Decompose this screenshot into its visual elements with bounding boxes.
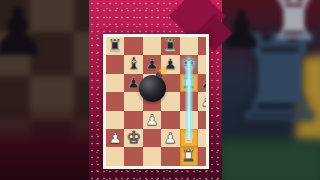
square-a6[interactable] xyxy=(106,55,124,73)
left-blurred-board-strip: ♟ xyxy=(0,0,89,180)
bomb xyxy=(139,75,166,102)
black-pawn: ♟ xyxy=(145,57,158,72)
white-pawn: ♟ xyxy=(201,94,209,109)
white-pawn: ♟ xyxy=(145,113,158,128)
square-e1[interactable]: ♜ xyxy=(180,147,198,165)
square-a2[interactable]: ♟ xyxy=(106,129,124,147)
square-b2[interactable]: ♚ xyxy=(124,129,142,147)
square-f4[interactable]: ♟ xyxy=(198,92,209,110)
square-a5[interactable] xyxy=(106,74,124,92)
video-frame: ♟ ♜ ♜ ♟ ♜♜♝♟♟♚♟♜♟♟♟♟♚♟♕♜ ✦ xyxy=(0,0,320,180)
laser-beam xyxy=(185,61,193,139)
square-d2[interactable]: ♟ xyxy=(161,129,179,147)
square-f3[interactable] xyxy=(198,111,209,129)
square-c1[interactable] xyxy=(143,147,161,165)
square-a3[interactable] xyxy=(106,111,124,129)
white-king: ♚ xyxy=(126,130,141,147)
square-f5[interactable]: ♟ xyxy=(198,74,209,92)
black-bishop: ♝ xyxy=(126,56,141,73)
square-b3[interactable] xyxy=(124,111,142,129)
square-f7[interactable] xyxy=(198,37,209,55)
board-grid: ♜♜♝♟♟♚♟♜♟♟♟♟♚♟♕♜ xyxy=(106,37,209,166)
right-strip-dim-overlay xyxy=(222,0,320,180)
white-rook: ♜ xyxy=(181,148,196,165)
black-rook: ♜ xyxy=(163,38,178,55)
square-a7[interactable]: ♜ xyxy=(106,37,124,55)
square-d3[interactable] xyxy=(161,111,179,129)
square-b1[interactable] xyxy=(124,147,142,165)
square-a1[interactable] xyxy=(106,147,124,165)
left-strip-dim-overlay xyxy=(0,0,89,180)
square-f2[interactable] xyxy=(198,129,209,147)
glitter-background: ♜♜♝♟♟♚♟♜♟♟♟♟♚♟♕♜ ✦ xyxy=(89,0,222,180)
right-blurred-board-strip: ♜ ♜ ♟ xyxy=(222,0,320,180)
white-pawn: ♟ xyxy=(164,131,177,146)
black-pawn: ♟ xyxy=(201,76,209,91)
square-e7[interactable] xyxy=(180,37,198,55)
square-d7[interactable]: ♜ xyxy=(161,37,179,55)
square-d1[interactable] xyxy=(161,147,179,165)
black-rook: ♜ xyxy=(108,38,123,55)
square-f1[interactable] xyxy=(198,147,209,165)
bomb-spark-icon: ✦ xyxy=(158,65,168,77)
square-b6[interactable]: ♝ xyxy=(124,55,142,73)
square-a4[interactable] xyxy=(106,92,124,110)
square-c3[interactable]: ♟ xyxy=(143,111,161,129)
square-c2[interactable] xyxy=(143,129,161,147)
white-pawn: ♟ xyxy=(109,131,122,146)
square-b7[interactable] xyxy=(124,37,142,55)
square-c7[interactable] xyxy=(143,37,161,55)
square-f6[interactable] xyxy=(198,55,209,73)
